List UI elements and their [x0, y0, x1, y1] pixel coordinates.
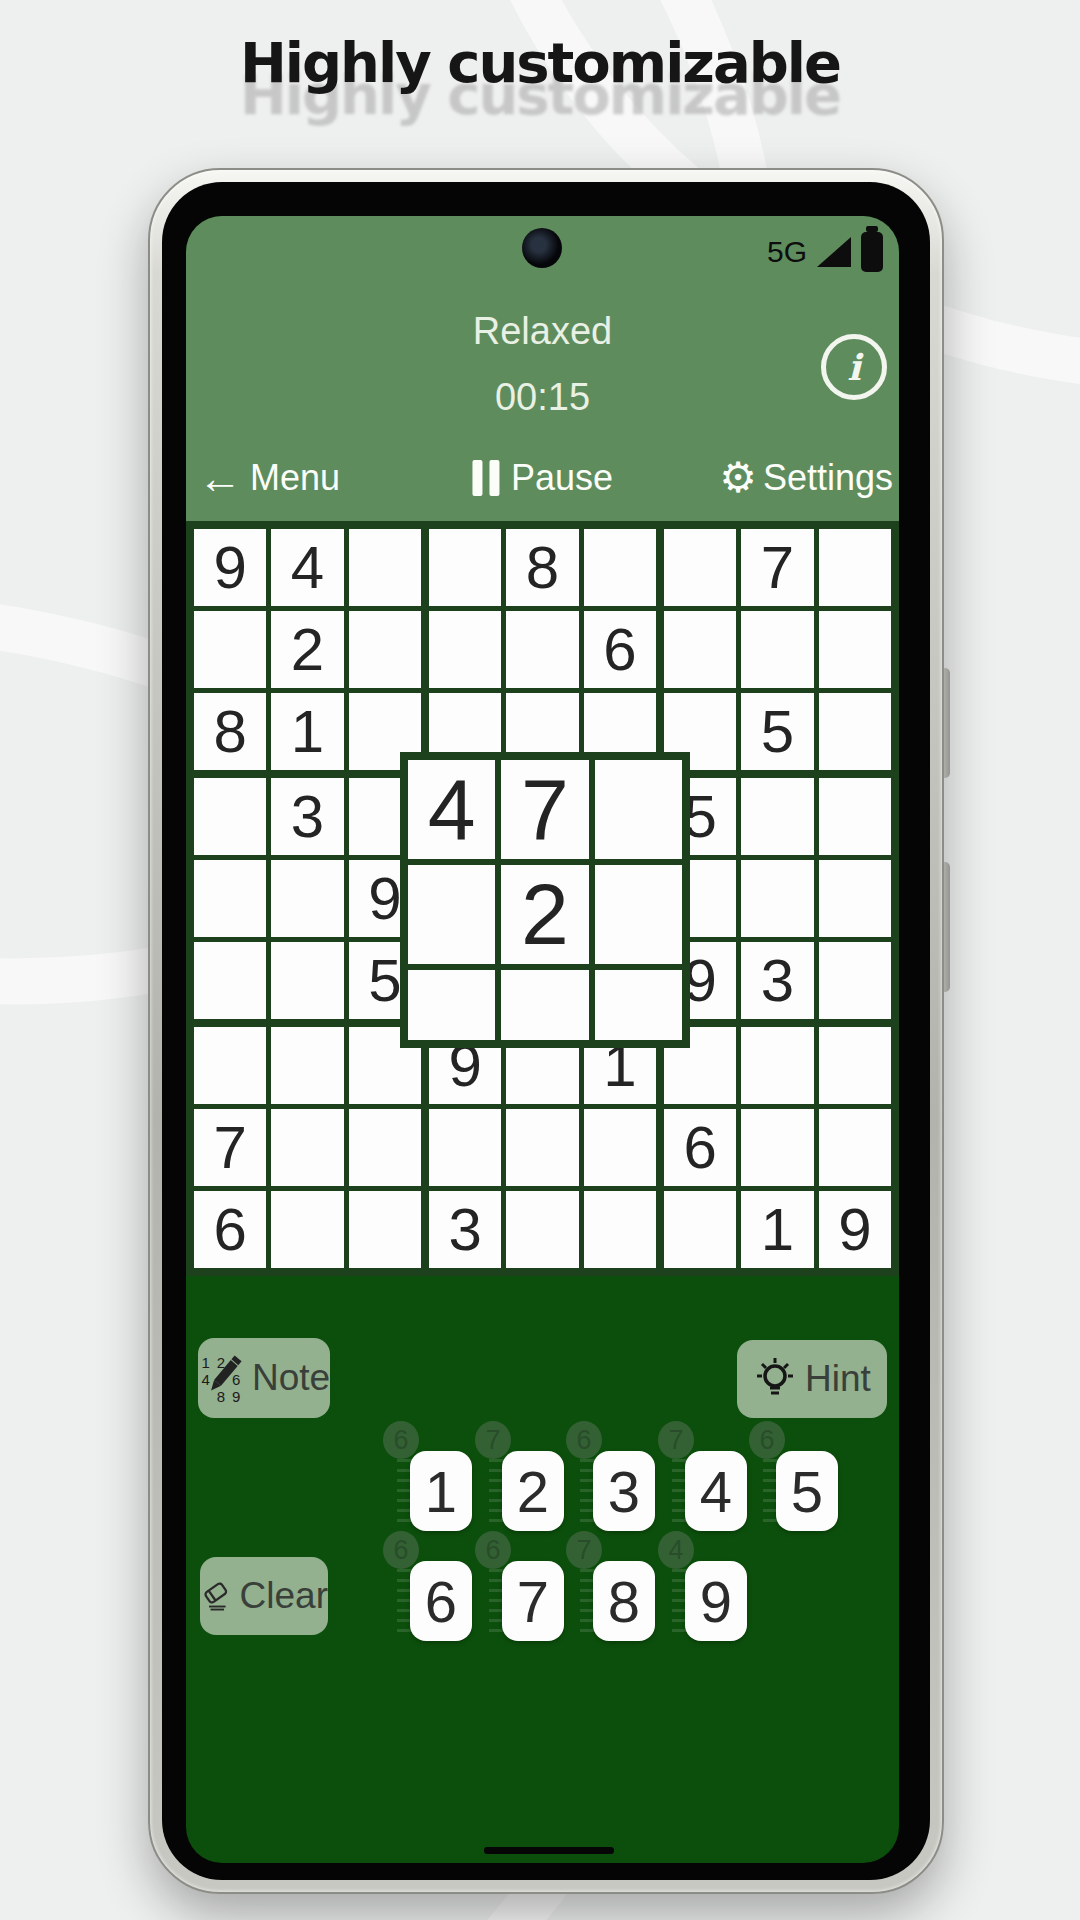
sudoku-cell[interactable] [271, 860, 343, 937]
hint-button[interactable]: Hint [737, 1340, 887, 1418]
sudoku-cell[interactable] [349, 1109, 421, 1186]
sudoku-cell[interactable]: 9 [819, 1191, 891, 1268]
remaining-count-badge: 6 [749, 1421, 785, 1459]
magnifier-cell[interactable] [408, 970, 495, 1040]
lightbulb-icon [753, 1356, 797, 1402]
phone-frame: 5G Relaxed 00:15 i ← Menu Pause ⚙ [148, 168, 944, 1894]
remaining-count-badge: 7 [658, 1421, 694, 1459]
sudoku-box: 593 [664, 778, 891, 1019]
hint-label: Hint [805, 1358, 871, 1400]
sudoku-cell[interactable] [664, 529, 736, 606]
info-button[interactable]: i [821, 334, 887, 400]
sudoku-cell[interactable] [584, 529, 656, 606]
sudoku-cell[interactable]: 6 [194, 1191, 266, 1268]
sudoku-cell[interactable] [664, 1191, 736, 1268]
sudoku-cell[interactable] [664, 611, 736, 688]
sudoku-cell[interactable] [584, 1191, 656, 1268]
sudoku-cell[interactable] [271, 942, 343, 1019]
sudoku-cell[interactable]: 1 [271, 693, 343, 770]
pause-button[interactable]: Pause [472, 449, 613, 507]
digit-button-1[interactable]: 1 [410, 1451, 472, 1531]
remaining-count-badge: 7 [475, 1421, 511, 1459]
sudoku-cell[interactable] [819, 1027, 891, 1104]
sudoku-cell[interactable]: 1 [741, 1191, 813, 1268]
sudoku-cell[interactable]: 3 [429, 1191, 501, 1268]
sudoku-box: 395 [194, 778, 421, 1019]
sudoku-cell[interactable]: 6 [584, 611, 656, 688]
digit-button-3[interactable]: 3 [593, 1451, 655, 1531]
network-label: 5G [767, 235, 807, 269]
sudoku-box: 75 [664, 529, 891, 770]
sudoku-box: 94281 [194, 529, 421, 770]
sudoku-cell[interactable]: 8 [194, 693, 266, 770]
remaining-count-badge: 6 [383, 1421, 419, 1459]
sudoku-cell[interactable]: 2 [271, 611, 343, 688]
magnifier-overlay: 472 [400, 752, 690, 1048]
sudoku-box: 86 [429, 529, 656, 770]
note-pencil-icon: 124689 [198, 1354, 244, 1402]
status-bar: 5G [767, 232, 883, 272]
menu-bar: ← Menu Pause ⚙ Settings [186, 449, 899, 507]
sudoku-cell[interactable] [271, 1191, 343, 1268]
signal-icon [817, 237, 851, 267]
magnifier-cell[interactable] [595, 865, 682, 964]
sudoku-cell[interactable]: 4 [271, 529, 343, 606]
timer-label: 00:15 [186, 376, 899, 419]
info-icon: i [847, 349, 861, 385]
phone-bezel: 5G Relaxed 00:15 i ← Menu Pause ⚙ [162, 182, 930, 1880]
sudoku-cell[interactable] [819, 611, 891, 688]
sudoku-cell[interactable] [819, 529, 891, 606]
sudoku-cell[interactable] [349, 529, 421, 606]
digit-button-5[interactable]: 5 [776, 1451, 838, 1531]
sudoku-cell[interactable]: 8 [506, 529, 578, 606]
sudoku-cell[interactable] [819, 860, 891, 937]
sudoku-cell[interactable] [194, 778, 266, 855]
sudoku-cell[interactable] [349, 611, 421, 688]
digit-button-2[interactable]: 2 [502, 1451, 564, 1531]
sudoku-cell[interactable] [819, 942, 891, 1019]
sudoku-cell[interactable]: 3 [271, 778, 343, 855]
sudoku-cell[interactable]: 7 [194, 1109, 266, 1186]
page-title: Highly customizable [0, 30, 1080, 95]
sudoku-cell[interactable] [741, 611, 813, 688]
sudoku-cell[interactable] [741, 1109, 813, 1186]
sudoku-box: 913 [429, 1027, 656, 1268]
pause-icon [472, 460, 499, 496]
home-indicator[interactable] [484, 1847, 614, 1854]
sudoku-cell[interactable] [506, 611, 578, 688]
sudoku-cell[interactable] [429, 611, 501, 688]
magnifier-cell[interactable]: 2 [501, 865, 588, 964]
settings-label: Settings [763, 449, 893, 507]
magnifier-cell[interactable] [408, 865, 495, 964]
digit-button-9[interactable]: 9 [685, 1561, 747, 1641]
sudoku-cell[interactable] [429, 529, 501, 606]
sudoku-cell[interactable]: 5 [741, 693, 813, 770]
battery-icon [861, 232, 883, 272]
settings-button[interactable]: ⚙ Settings [719, 449, 893, 507]
remaining-count-badge: 6 [383, 1531, 419, 1569]
sudoku-cell[interactable] [741, 860, 813, 937]
clear-label: Clear [240, 1575, 328, 1617]
sudoku-box: 619 [664, 1027, 891, 1268]
pause-label: Pause [511, 449, 613, 507]
sudoku-cell[interactable] [819, 1109, 891, 1186]
magnifier-cell[interactable]: 4 [408, 760, 495, 859]
sudoku-cell[interactable] [194, 611, 266, 688]
remaining-count-badge: 7 [566, 1531, 602, 1569]
remaining-count-badge: 6 [475, 1531, 511, 1569]
remaining-count-badge: 4 [658, 1531, 694, 1569]
sudoku-cell[interactable] [271, 1027, 343, 1104]
sudoku-cell[interactable] [741, 778, 813, 855]
sudoku-cell[interactable] [429, 1109, 501, 1186]
magnifier-cell[interactable] [595, 970, 682, 1040]
remaining-count-badge: 6 [566, 1421, 602, 1459]
gear-icon: ⚙ [719, 449, 757, 507]
digit-button-8[interactable]: 8 [593, 1561, 655, 1641]
magnifier-cell[interactable] [501, 970, 588, 1040]
magnifier-cell[interactable] [595, 760, 682, 859]
sudoku-cell[interactable]: 9 [194, 529, 266, 606]
digit-button-4[interactable]: 4 [685, 1451, 747, 1531]
sudoku-cell[interactable] [819, 693, 891, 770]
sudoku-cell[interactable] [506, 1191, 578, 1268]
sudoku-cell[interactable] [584, 1109, 656, 1186]
sudoku-cell[interactable]: 6 [664, 1109, 736, 1186]
sudoku-cell[interactable] [194, 1027, 266, 1104]
sudoku-cell[interactable] [194, 860, 266, 937]
sudoku-cell[interactable]: 7 [741, 529, 813, 606]
magnifier-cell[interactable]: 7 [501, 760, 588, 859]
back-arrow-icon: ← [198, 449, 242, 507]
front-camera [522, 228, 562, 268]
note-label: Note [252, 1357, 330, 1399]
sudoku-cell[interactable]: 3 [741, 942, 813, 1019]
phone-screen: 5G Relaxed 00:15 i ← Menu Pause ⚙ [186, 216, 899, 1863]
digit-button-7[interactable]: 7 [502, 1561, 564, 1641]
sudoku-box: 76 [194, 1027, 421, 1268]
menu-label: Menu [250, 449, 340, 507]
sudoku-cell[interactable] [741, 1027, 813, 1104]
sudoku-cell[interactable] [349, 1191, 421, 1268]
sudoku-cell[interactable] [194, 942, 266, 1019]
menu-button[interactable]: ← Menu [198, 449, 340, 507]
eraser-icon [200, 1574, 232, 1618]
sudoku-cell[interactable] [271, 1109, 343, 1186]
sudoku-cell[interactable] [819, 778, 891, 855]
digit-button-6[interactable]: 6 [410, 1561, 472, 1641]
difficulty-label: Relaxed [186, 310, 899, 353]
sudoku-cell[interactable] [506, 1109, 578, 1186]
note-button[interactable]: 124689 Note [198, 1338, 330, 1418]
clear-button[interactable]: Clear [200, 1557, 328, 1635]
